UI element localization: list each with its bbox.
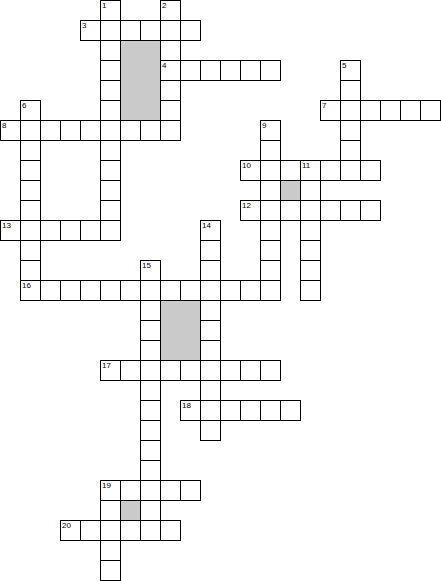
cell-r26c8[interactable]: [160, 520, 181, 541]
cell-r14c1[interactable]: [20, 280, 41, 301]
cell-r7c17[interactable]: [340, 140, 361, 161]
cell-r11c10[interactable]: [200, 220, 221, 241]
cell-r20c7[interactable]: [140, 400, 161, 421]
cell-r4c17[interactable]: [340, 80, 361, 101]
cell-r11c15[interactable]: [300, 220, 321, 241]
cell-r18c13[interactable]: [260, 360, 281, 381]
cell-r3c10[interactable]: [200, 60, 221, 81]
cell-r6c2[interactable]: [40, 120, 61, 141]
cell-r10c15[interactable]: [300, 200, 321, 221]
cell-r6c0[interactable]: [0, 120, 21, 141]
cell-r5c20[interactable]: [400, 100, 421, 121]
cell-r0c8[interactable]: [160, 0, 181, 21]
cell-r26c3[interactable]: [60, 520, 81, 541]
cell-r9c15[interactable]: [300, 180, 321, 201]
cell-r21c7[interactable]: [140, 420, 161, 441]
cell-r14c2[interactable]: [40, 280, 61, 301]
cell-r24c9[interactable]: [180, 480, 201, 501]
cell-r14c11[interactable]: [220, 280, 241, 301]
blocked-cells-1: [280, 180, 301, 201]
cell-r9c5[interactable]: [100, 180, 121, 201]
cell-r8c1[interactable]: [20, 160, 41, 181]
cell-r26c4[interactable]: [80, 520, 101, 541]
cell-r11c2[interactable]: [40, 220, 61, 241]
cell-r24c6[interactable]: [120, 480, 141, 501]
cell-r7c5[interactable]: [100, 140, 121, 161]
cell-r12c13[interactable]: [260, 240, 281, 261]
cell-r12c10[interactable]: [200, 240, 221, 261]
cell-r8c16[interactable]: [320, 160, 341, 181]
cell-r28c5[interactable]: [100, 560, 121, 581]
cell-r11c3[interactable]: [60, 220, 81, 241]
cell-r8c18[interactable]: [360, 160, 381, 181]
cell-r1c6[interactable]: [120, 20, 141, 41]
cell-r18c12[interactable]: [240, 360, 261, 381]
cell-r9c1[interactable]: [20, 180, 41, 201]
cell-r18c10[interactable]: [200, 360, 221, 381]
cell-r24c5[interactable]: [100, 480, 121, 501]
cell-r8c5[interactable]: [100, 160, 121, 181]
cell-r13c13[interactable]: [260, 260, 281, 281]
cell-r14c12[interactable]: [240, 280, 261, 301]
cell-r10c5[interactable]: [100, 200, 121, 221]
crossword-board: 1234567891011121314151617181920: [0, 0, 441, 581]
cell-r8c17[interactable]: [340, 160, 361, 181]
cell-r10c13[interactable]: [260, 200, 281, 221]
cell-r11c13[interactable]: [260, 220, 281, 241]
cell-r10c14[interactable]: [280, 200, 301, 221]
cell-r16c10[interactable]: [200, 320, 221, 341]
cell-r5c18[interactable]: [360, 100, 381, 121]
cell-r3c13[interactable]: [260, 60, 281, 81]
cell-r4c8[interactable]: [160, 80, 181, 101]
cell-r20c12[interactable]: [240, 400, 261, 421]
cell-r14c10[interactable]: [200, 280, 221, 301]
cell-r14c3[interactable]: [60, 280, 81, 301]
cell-r20c10[interactable]: [200, 400, 221, 421]
cell-r18c7[interactable]: [140, 360, 161, 381]
cell-r5c5[interactable]: [100, 100, 121, 121]
cell-r11c1[interactable]: [20, 220, 41, 241]
cell-r0c5[interactable]: [100, 0, 121, 21]
cell-r1c5[interactable]: [100, 20, 121, 41]
cell-r1c7[interactable]: [140, 20, 161, 41]
cell-r6c4[interactable]: [80, 120, 101, 141]
cell-r14c5[interactable]: [100, 280, 121, 301]
cell-r26c5[interactable]: [100, 520, 121, 541]
cell-r2c8[interactable]: [160, 40, 181, 61]
cell-r6c17[interactable]: [340, 120, 361, 141]
cell-r5c21[interactable]: [420, 100, 441, 121]
cell-r14c4[interactable]: [80, 280, 101, 301]
cell-r8c12[interactable]: [240, 160, 261, 181]
cell-r17c7[interactable]: [140, 340, 161, 361]
cell-r6c8[interactable]: [160, 120, 181, 141]
cell-r14c8[interactable]: [160, 280, 181, 301]
cell-r10c1[interactable]: [20, 200, 41, 221]
cell-r14c13[interactable]: [260, 280, 281, 301]
cell-r11c5[interactable]: [100, 220, 121, 241]
cell-r23c7[interactable]: [140, 460, 161, 481]
cell-r5c8[interactable]: [160, 100, 181, 121]
cell-r6c3[interactable]: [60, 120, 81, 141]
cell-r15c7[interactable]: [140, 300, 161, 321]
cell-r18c9[interactable]: [180, 360, 201, 381]
cell-r6c6[interactable]: [120, 120, 141, 141]
cell-r20c9[interactable]: [180, 400, 201, 421]
cell-r11c4[interactable]: [80, 220, 101, 241]
cell-r13c10[interactable]: [200, 260, 221, 281]
cell-r19c10[interactable]: [200, 380, 221, 401]
cell-r25c7[interactable]: [140, 500, 161, 521]
cell-r13c1[interactable]: [20, 260, 41, 281]
cell-r5c1[interactable]: [20, 100, 41, 121]
cell-r1c9[interactable]: [180, 20, 201, 41]
cell-r20c14[interactable]: [280, 400, 301, 421]
cell-r3c5[interactable]: [100, 60, 121, 81]
cell-r16c7[interactable]: [140, 320, 161, 341]
cell-r6c1[interactable]: [20, 120, 41, 141]
cell-r6c5[interactable]: [100, 120, 121, 141]
cell-r18c6[interactable]: [120, 360, 141, 381]
cell-r3c8[interactable]: [160, 60, 181, 81]
cell-r24c7[interactable]: [140, 480, 161, 501]
cell-r14c6[interactable]: [120, 280, 141, 301]
cell-r10c16[interactable]: [320, 200, 341, 221]
cell-r3c17[interactable]: [340, 60, 361, 81]
cell-r19c7[interactable]: [140, 380, 161, 401]
cell-r14c9[interactable]: [180, 280, 201, 301]
cell-r11c0[interactable]: [0, 220, 21, 241]
cell-r13c7[interactable]: [140, 260, 161, 281]
cell-r3c9[interactable]: [180, 60, 201, 81]
cell-r10c12[interactable]: [240, 200, 261, 221]
cell-r3c12[interactable]: [240, 60, 261, 81]
cell-r15c10[interactable]: [200, 300, 221, 321]
cell-r25c5[interactable]: [100, 500, 121, 521]
cell-r2c5[interactable]: [100, 40, 121, 61]
cell-r8c15[interactable]: [300, 160, 321, 181]
cell-r7c13[interactable]: [260, 140, 281, 161]
cell-r10c17[interactable]: [340, 200, 361, 221]
cell-r26c7[interactable]: [140, 520, 161, 541]
cell-r8c14[interactable]: [280, 160, 301, 181]
cell-r24c8[interactable]: [160, 480, 181, 501]
cell-r1c4[interactable]: [80, 20, 101, 41]
cell-r7c1[interactable]: [20, 140, 41, 161]
cell-r21c10[interactable]: [200, 420, 221, 441]
cell-r12c1[interactable]: [20, 240, 41, 261]
cell-r12c15[interactable]: [300, 240, 321, 261]
cell-r3c11[interactable]: [220, 60, 241, 81]
cell-r18c8[interactable]: [160, 360, 181, 381]
cell-r4c5[interactable]: [100, 80, 121, 101]
cell-r20c13[interactable]: [260, 400, 281, 421]
cell-r14c15[interactable]: [300, 280, 321, 301]
cell-r20c11[interactable]: [220, 400, 241, 421]
cell-r18c5[interactable]: [100, 360, 121, 381]
cell-r6c13[interactable]: [260, 120, 281, 141]
cell-r8c13[interactable]: [260, 160, 281, 181]
blocked-cells-2: [160, 300, 201, 361]
blocked-cells-3: [120, 500, 141, 521]
cell-r5c19[interactable]: [380, 100, 401, 121]
cell-r14c7[interactable]: [140, 280, 161, 301]
crossword-page: 1234567891011121314151617181920: [0, 0, 441, 581]
cell-r27c5[interactable]: [100, 540, 121, 561]
cell-r17c10[interactable]: [200, 340, 221, 361]
cell-r5c17[interactable]: [340, 100, 361, 121]
cell-r22c7[interactable]: [140, 440, 161, 461]
blocked-cells-0: [120, 40, 161, 121]
cell-r6c7[interactable]: [140, 120, 161, 141]
cell-r26c6[interactable]: [120, 520, 141, 541]
cell-r10c18[interactable]: [360, 200, 381, 221]
cell-r18c11[interactable]: [220, 360, 241, 381]
cell-r5c16[interactable]: [320, 100, 341, 121]
cell-r1c8[interactable]: [160, 20, 181, 41]
cell-r13c15[interactable]: [300, 260, 321, 281]
cell-r9c13[interactable]: [260, 180, 281, 201]
